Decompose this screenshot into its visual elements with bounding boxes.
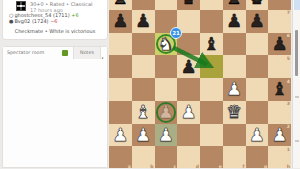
white-pawn-g2: ♟ <box>246 124 269 147</box>
square-f4[interactable]: ♟ <box>223 78 246 101</box>
coord-file-f: f <box>243 164 245 169</box>
square-h4[interactable]: 4♝ <box>268 78 291 101</box>
black-bishop-e6: ♝ <box>200 33 223 56</box>
square-h3[interactable]: 3 <box>268 101 291 124</box>
white-pawn-b2: ♟ <box>132 124 155 147</box>
square-c5[interactable] <box>155 55 178 78</box>
square-d5[interactable]: ♟ <box>177 55 200 78</box>
square-b8[interactable] <box>132 0 155 10</box>
chess-board: ♜♛♜♚8♟♟♟♟7♞♝6♟♟5♟4♝♝♟♟♛3♟♟♟♟2♟abcdefg1h <box>109 0 291 168</box>
square-e7[interactable] <box>200 10 223 33</box>
square-b6[interactable] <box>132 33 155 56</box>
white-pawn-c3-ghost: ♟ <box>155 101 178 124</box>
coord-rank-6: 6 <box>287 33 290 38</box>
square-e2[interactable] <box>200 124 223 147</box>
black-player-name[interactable]: Bvg02 <box>14 18 30 24</box>
black-color-icon: ● <box>9 18 13 24</box>
square-e4[interactable] <box>200 78 223 101</box>
white-pawn-a2: ♟ <box>109 124 132 147</box>
game-meta-panel: 30+0 • Rated • Classical 17 hours ago ○g… <box>2 0 108 40</box>
coord-rank-7: 7 <box>287 10 290 15</box>
square-f1[interactable]: f <box>223 146 246 168</box>
square-b1[interactable]: b <box>132 146 155 168</box>
game-result-text: Checkmate • White is victorious <box>3 28 107 34</box>
game-type-icon <box>16 1 26 11</box>
black-pawn-a7: ♟ <box>109 10 132 33</box>
square-g4[interactable] <box>246 78 269 101</box>
black-rook-a8: ♜ <box>109 0 132 10</box>
coord-file-c: c <box>174 164 177 169</box>
move-badge: 21 <box>170 27 182 39</box>
black-pawn-g7: ♟ <box>246 10 269 33</box>
black-pawn-h6: ♟ <box>268 33 291 56</box>
black-pawn-d5: ♟ <box>177 55 200 78</box>
black-queen-d8: ♛ <box>177 0 200 10</box>
coord-rank-1: 1 <box>287 147 290 152</box>
square-g8[interactable]: ♚ <box>246 0 269 10</box>
square-c4[interactable] <box>155 78 178 101</box>
coord-file-e: e <box>219 164 222 169</box>
square-d8[interactable]: ♛ <box>177 0 200 10</box>
square-g7[interactable]: ♟ <box>246 10 269 33</box>
square-f8[interactable]: ♜ <box>223 0 246 10</box>
square-g2[interactable]: ♟ <box>246 124 269 147</box>
square-h1[interactable]: 1h <box>268 146 291 168</box>
chat-panel: Spectator room Notes <box>2 46 108 168</box>
square-e1[interactable]: e <box>200 146 223 168</box>
square-a8[interactable]: ♜ <box>109 0 132 10</box>
square-a2[interactable]: ♟ <box>109 124 132 147</box>
black-bishop-h4: ♝ <box>268 78 291 101</box>
black-pawn-f7: ♟ <box>223 10 246 33</box>
chat-toggle-checkbox[interactable] <box>62 50 68 56</box>
coord-file-h: h <box>287 164 290 169</box>
square-f6[interactable] <box>223 33 246 56</box>
square-e6[interactable]: ♝ <box>200 33 223 56</box>
square-c8[interactable] <box>155 0 178 10</box>
square-g1[interactable]: g <box>246 146 269 168</box>
square-b7[interactable]: ♟ <box>132 10 155 33</box>
white-pawn-d3: ♟ <box>177 101 200 124</box>
square-f5[interactable] <box>223 55 246 78</box>
white-pawn-h2: ♟ <box>268 124 291 147</box>
square-b5[interactable] <box>132 55 155 78</box>
black-pawn-b7: ♟ <box>132 10 155 33</box>
square-a4[interactable] <box>109 78 132 101</box>
coord-rank-3: 3 <box>287 101 290 106</box>
square-a7[interactable]: ♟ <box>109 10 132 33</box>
square-a5[interactable] <box>109 55 132 78</box>
white-rating-delta: +6 <box>71 12 78 18</box>
black-king-g8: ♚ <box>246 0 269 10</box>
coord-file-d: d <box>196 164 199 169</box>
square-h7[interactable]: 7 <box>268 10 291 33</box>
square-e3[interactable] <box>200 101 223 124</box>
square-c1[interactable]: c <box>155 146 178 168</box>
white-pawn-f4: ♟ <box>223 78 246 101</box>
square-h6[interactable]: 6♟ <box>268 33 291 56</box>
square-b4[interactable] <box>132 78 155 101</box>
square-b3[interactable]: ♝ <box>132 101 155 124</box>
coord-rank-5: 5 <box>287 56 290 61</box>
square-a6[interactable] <box>109 33 132 56</box>
tab-spectator-room[interactable]: Spectator room <box>7 47 44 59</box>
square-h5[interactable]: 5 <box>268 55 291 78</box>
square-d3[interactable]: ♟ <box>177 101 200 124</box>
square-a1[interactable]: a <box>109 146 132 168</box>
highlight-lastmove-e5 <box>200 55 223 78</box>
black-player-row[interactable]: ●Bvg02 (1724) −6 <box>9 18 58 24</box>
coord-rank-2: 2 <box>287 124 290 129</box>
white-bishop-b3: ♝ <box>132 101 155 124</box>
black-rook-f8: ♜ <box>223 0 246 10</box>
coord-file-a: a <box>128 164 131 169</box>
wrench-icon[interactable] <box>97 49 105 57</box>
square-e5[interactable] <box>200 55 223 78</box>
coord-rank-4: 4 <box>287 79 290 84</box>
square-g5[interactable] <box>246 55 269 78</box>
white-queen-f3: ♛ <box>223 101 246 124</box>
square-f3[interactable]: ♛ <box>223 101 246 124</box>
square-g3[interactable] <box>246 101 269 124</box>
coord-file-g: g <box>264 164 267 169</box>
move-list-scrollbar[interactable] <box>295 30 298 76</box>
circle-annotation-c3 <box>156 102 177 123</box>
square-c3[interactable]: ♟ <box>155 101 178 124</box>
square-f7[interactable]: ♟ <box>223 10 246 33</box>
square-b2[interactable]: ♟ <box>132 124 155 147</box>
coord-file-b: b <box>150 164 153 169</box>
square-d4[interactable] <box>177 78 200 101</box>
square-d1[interactable]: d <box>177 146 200 168</box>
square-c2[interactable]: ♟ <box>155 124 178 147</box>
move-list-edge <box>292 0 300 168</box>
black-player-rating: (1724) <box>32 18 49 24</box>
current-move-highlight <box>294 0 300 10</box>
chat-message-area[interactable] <box>3 59 107 167</box>
square-f2[interactable] <box>223 124 246 147</box>
square-g6[interactable] <box>246 33 269 56</box>
square-e8[interactable] <box>200 0 223 10</box>
black-rating-delta: −6 <box>50 18 57 24</box>
square-h8[interactable]: 8 <box>268 0 291 10</box>
square-h2[interactable]: 2♟ <box>268 124 291 147</box>
highlight-selected-c2 <box>155 124 178 147</box>
square-d2[interactable] <box>177 124 200 147</box>
square-a3[interactable] <box>109 101 132 124</box>
